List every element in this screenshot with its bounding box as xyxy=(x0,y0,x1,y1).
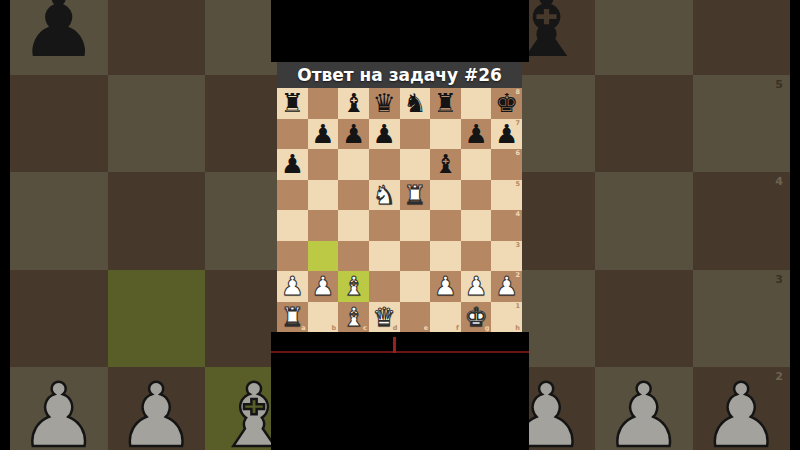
square-a6: ♟ xyxy=(277,149,308,180)
video-frame: ♟♝543♟♟♝♟♟2♟ Ответ на задачу #26 ♜♝♛♞♜8♚… xyxy=(0,0,800,450)
square-a8: ♜ xyxy=(277,88,308,119)
square-e8: ♞ xyxy=(400,88,431,119)
square-f2: ♟ xyxy=(430,271,461,302)
square-g2: ♟ xyxy=(595,367,693,450)
square-g6 xyxy=(461,149,492,180)
video-playhead[interactable] xyxy=(393,337,396,353)
square-g2: ♟ xyxy=(461,271,492,302)
square-e5: ♜ xyxy=(400,180,431,211)
square-h2: 2♟ xyxy=(693,367,791,450)
square-f7 xyxy=(430,119,461,150)
square-c8: ♝ xyxy=(338,88,369,119)
square-h8: 8♚ xyxy=(491,88,522,119)
square-g3 xyxy=(595,270,693,368)
piece-black-rook-f8: ♜ xyxy=(434,90,457,116)
square-f1: f xyxy=(430,302,461,333)
square-c6 xyxy=(338,149,369,180)
square-g3 xyxy=(461,241,492,272)
square-a3 xyxy=(10,270,108,368)
square-c2: ♝ xyxy=(338,271,369,302)
square-h4: 4 xyxy=(491,210,522,241)
piece-black-knight-e8: ♞ xyxy=(403,90,426,116)
bottom-letterbox xyxy=(271,332,529,450)
square-a5 xyxy=(277,180,308,211)
square-b5 xyxy=(108,75,206,173)
square-f5 xyxy=(430,180,461,211)
square-c5 xyxy=(338,180,369,211)
square-d4 xyxy=(369,210,400,241)
square-g8 xyxy=(461,88,492,119)
square-d5: ♞ xyxy=(369,180,400,211)
square-h4: 4 xyxy=(693,172,791,270)
rank-label-3: 3 xyxy=(515,242,520,249)
puzzle-title: Ответ на задачу #26 xyxy=(297,67,502,84)
square-g5 xyxy=(461,180,492,211)
rank-label-3: 3 xyxy=(775,274,783,285)
piece-white-pawn-g2: ♟ xyxy=(604,372,683,450)
piece-black-bishop-c8: ♝ xyxy=(342,90,365,116)
square-g5 xyxy=(595,75,693,173)
square-d2 xyxy=(369,271,400,302)
square-h6: 6 xyxy=(491,149,522,180)
piece-black-pawn-d7: ♟ xyxy=(373,121,396,147)
square-b8 xyxy=(308,88,339,119)
square-h6 xyxy=(693,0,791,75)
square-c7: ♟ xyxy=(338,119,369,150)
piece-black-pawn-a6: ♟ xyxy=(281,151,304,177)
rank-label-8: 8 xyxy=(515,89,520,96)
square-c1: c♝ xyxy=(338,302,369,333)
chess-board: ♜♝♛♞♜8♚♟♟♟♟7♟♟♝6♞♜543♟♟♝♟♟2♟a♜bc♝d♛efg♚1… xyxy=(277,88,522,332)
square-b6 xyxy=(308,149,339,180)
square-d8: ♛ xyxy=(369,88,400,119)
file-label-h: h xyxy=(515,325,520,332)
square-e2 xyxy=(400,271,431,302)
puzzle-title-bar: Ответ на задачу #26 xyxy=(277,62,522,88)
square-b2: ♟ xyxy=(308,271,339,302)
rank-label-2: 2 xyxy=(775,371,783,382)
square-g6 xyxy=(595,0,693,75)
piece-white-bishop-c1: ♝ xyxy=(342,304,365,330)
piece-white-pawn-b2: ♟ xyxy=(117,372,196,450)
square-e3 xyxy=(400,241,431,272)
square-b4 xyxy=(108,172,206,270)
rank-label-7: 7 xyxy=(515,120,520,127)
square-b6 xyxy=(108,0,206,75)
square-e4 xyxy=(400,210,431,241)
square-h1: 1h xyxy=(491,302,522,333)
square-f3 xyxy=(430,241,461,272)
video-progress-bar[interactable] xyxy=(271,351,529,353)
piece-white-knight-d5: ♞ xyxy=(373,182,396,208)
file-label-e: e xyxy=(424,325,428,332)
square-b1: b xyxy=(308,302,339,333)
rank-label-2: 2 xyxy=(515,272,520,279)
square-a2: ♟ xyxy=(277,271,308,302)
square-g1: g♚ xyxy=(461,302,492,333)
piece-white-bishop-c2: ♝ xyxy=(342,273,365,299)
square-d6 xyxy=(369,149,400,180)
square-a1: a♜ xyxy=(277,302,308,333)
square-h5: 5 xyxy=(693,75,791,173)
piece-black-queen-d8: ♛ xyxy=(373,90,396,116)
square-e6 xyxy=(400,149,431,180)
square-h3: 3 xyxy=(693,270,791,368)
piece-black-rook-a8: ♜ xyxy=(281,90,304,116)
square-a4 xyxy=(10,172,108,270)
rank-label-5: 5 xyxy=(515,181,520,188)
square-f6: ♝ xyxy=(430,149,461,180)
rank-label-5: 5 xyxy=(775,79,783,90)
piece-white-pawn-f2: ♟ xyxy=(434,273,457,299)
square-c3 xyxy=(338,241,369,272)
rank-label-1: 1 xyxy=(515,303,520,310)
file-label-c: c xyxy=(363,325,367,332)
square-g4 xyxy=(595,172,693,270)
square-a5 xyxy=(10,75,108,173)
piece-black-pawn-a6: ♟ xyxy=(19,0,98,70)
square-a2: ♟ xyxy=(10,367,108,450)
piece-white-pawn-a2: ♟ xyxy=(19,372,98,450)
top-letterbox xyxy=(271,0,529,62)
square-b2: ♟ xyxy=(108,367,206,450)
piece-white-pawn-a2: ♟ xyxy=(281,273,304,299)
square-g4 xyxy=(461,210,492,241)
square-d3 xyxy=(369,241,400,272)
square-b4 xyxy=(308,210,339,241)
square-e1: e xyxy=(400,302,431,333)
piece-black-bishop-f6: ♝ xyxy=(434,151,457,177)
file-label-b: b xyxy=(332,325,337,332)
piece-white-rook-e5: ♜ xyxy=(403,182,426,208)
piece-black-pawn-b7: ♟ xyxy=(311,121,334,147)
square-d1: d♛ xyxy=(369,302,400,333)
square-d7: ♟ xyxy=(369,119,400,150)
square-b7: ♟ xyxy=(308,119,339,150)
file-label-d: d xyxy=(393,325,398,332)
square-b5 xyxy=(308,180,339,211)
rank-label-4: 4 xyxy=(515,211,520,218)
square-b3 xyxy=(108,270,206,368)
square-a6: ♟ xyxy=(10,0,108,75)
square-h3: 3 xyxy=(491,241,522,272)
file-label-f: f xyxy=(456,325,459,332)
piece-white-pawn-b2: ♟ xyxy=(311,273,334,299)
square-h2: 2♟ xyxy=(491,271,522,302)
square-g7: ♟ xyxy=(461,119,492,150)
piece-white-pawn-h2: ♟ xyxy=(702,372,781,450)
square-c4 xyxy=(338,210,369,241)
square-a7 xyxy=(277,119,308,150)
rank-label-6: 6 xyxy=(515,150,520,157)
rank-label-4: 4 xyxy=(775,176,783,187)
square-f4 xyxy=(430,210,461,241)
square-a3 xyxy=(277,241,308,272)
square-h7: 7♟ xyxy=(491,119,522,150)
square-h5: 5 xyxy=(491,180,522,211)
file-label-a: a xyxy=(301,325,305,332)
file-label-g: g xyxy=(485,325,490,332)
square-e7 xyxy=(400,119,431,150)
piece-black-pawn-g7: ♟ xyxy=(464,121,487,147)
piece-black-pawn-c7: ♟ xyxy=(342,121,365,147)
square-f8: ♜ xyxy=(430,88,461,119)
square-a4 xyxy=(277,210,308,241)
piece-white-pawn-g2: ♟ xyxy=(464,273,487,299)
square-b3 xyxy=(308,241,339,272)
